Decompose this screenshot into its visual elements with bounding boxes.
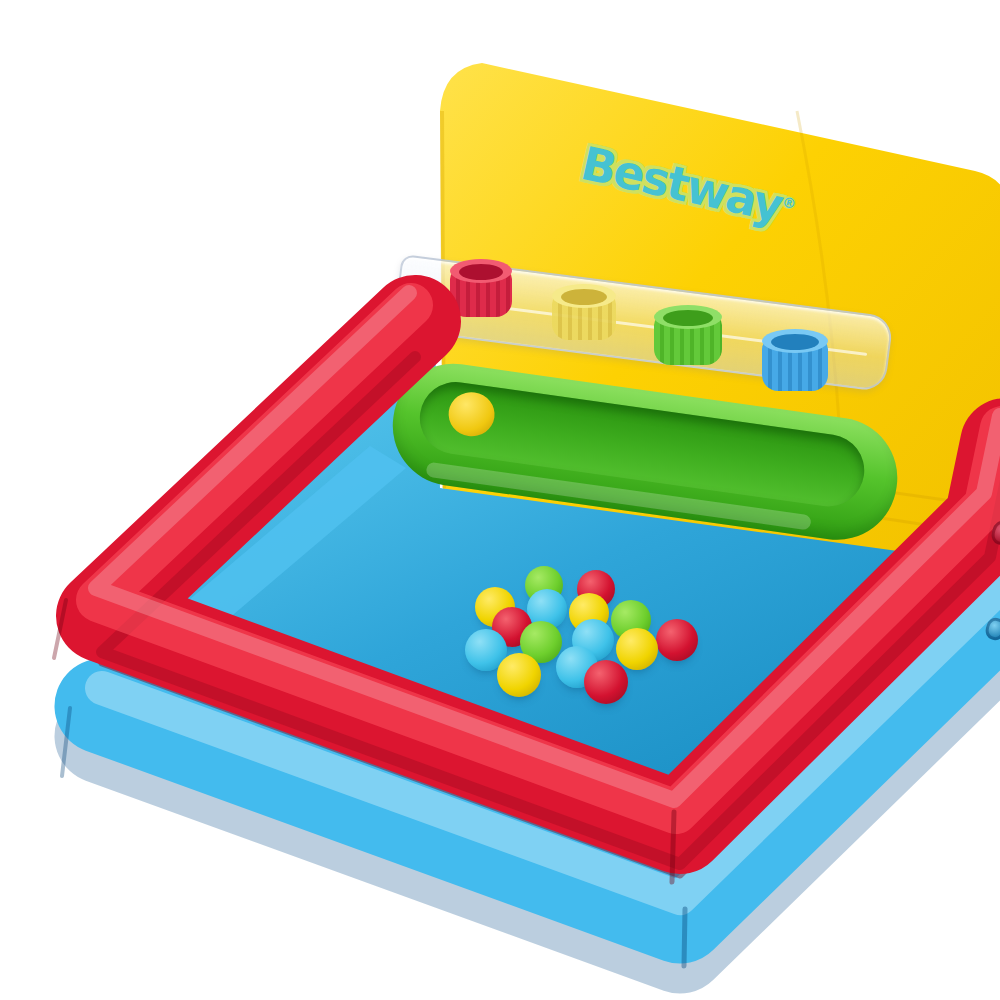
play-ball-yellow [497,653,541,697]
product-photo: Bestway® [40,16,1000,1000]
play-ball-red [656,619,698,661]
play-ball-red [584,660,628,704]
play-ball-yellow [616,628,658,670]
balls-layer [40,16,1000,1000]
